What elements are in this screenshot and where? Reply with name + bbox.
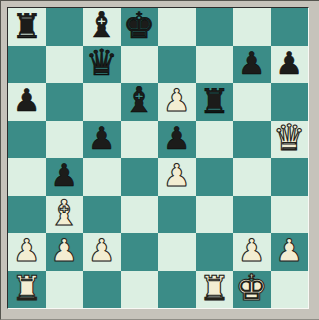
square-a5[interactable] [8, 121, 46, 159]
square-e7[interactable] [158, 46, 196, 84]
square-c3[interactable] [83, 196, 121, 234]
white-pawn-e4[interactable]: ♟ [163, 160, 191, 191]
square-d2[interactable] [121, 233, 159, 271]
square-a4[interactable] [8, 158, 46, 196]
square-e1[interactable] [158, 271, 196, 309]
square-h5[interactable]: ♛ [271, 121, 309, 159]
white-pawn-g2[interactable]: ♟ [238, 235, 266, 266]
square-a7[interactable] [8, 46, 46, 84]
square-f7[interactable] [196, 46, 234, 84]
square-b8[interactable] [46, 8, 84, 46]
square-f2[interactable] [196, 233, 234, 271]
square-h4[interactable] [271, 158, 309, 196]
square-g4[interactable] [233, 158, 271, 196]
square-h1[interactable] [271, 271, 309, 309]
square-h2[interactable]: ♟ [271, 233, 309, 271]
square-g5[interactable] [233, 121, 271, 159]
square-d6[interactable]: ♝ [121, 83, 159, 121]
square-f5[interactable] [196, 121, 234, 159]
square-b1[interactable] [46, 271, 84, 309]
black-rook-a8[interactable]: ♜ [12, 9, 42, 43]
chess-board: ♜♝♚♛♟♟♟♝♟♜♟♟♛♟♟♝♟♟♟♟♟♜♜♚ [7, 7, 309, 309]
square-h8[interactable] [271, 8, 309, 46]
square-d8[interactable]: ♚ [121, 8, 159, 46]
square-c6[interactable] [83, 83, 121, 121]
square-c2[interactable]: ♟ [83, 233, 121, 271]
white-pawn-a2[interactable]: ♟ [13, 235, 41, 266]
white-king-g1[interactable]: ♚ [236, 271, 268, 307]
white-bishop-b3[interactable]: ♝ [49, 196, 80, 231]
square-e3[interactable] [158, 196, 196, 234]
square-c4[interactable] [83, 158, 121, 196]
square-f1[interactable]: ♜ [196, 271, 234, 309]
square-a3[interactable] [8, 196, 46, 234]
square-c5[interactable]: ♟ [83, 121, 121, 159]
square-c7[interactable]: ♛ [83, 46, 121, 84]
square-e8[interactable] [158, 8, 196, 46]
square-e6[interactable]: ♟ [158, 83, 196, 121]
square-h6[interactable] [271, 83, 309, 121]
square-e4[interactable]: ♟ [158, 158, 196, 196]
square-a8[interactable]: ♜ [8, 8, 46, 46]
square-c1[interactable] [83, 271, 121, 309]
square-b3[interactable]: ♝ [46, 196, 84, 234]
square-b5[interactable] [46, 121, 84, 159]
square-f8[interactable] [196, 8, 234, 46]
square-d5[interactable] [121, 121, 159, 159]
white-pawn-h2[interactable]: ♟ [275, 235, 303, 266]
square-f4[interactable] [196, 158, 234, 196]
black-pawn-e5[interactable]: ♟ [163, 123, 191, 154]
black-rook-f6[interactable]: ♜ [199, 84, 229, 118]
square-g8[interactable] [233, 8, 271, 46]
square-d3[interactable] [121, 196, 159, 234]
square-f3[interactable] [196, 196, 234, 234]
square-g3[interactable] [233, 196, 271, 234]
square-a1[interactable]: ♜ [8, 271, 46, 309]
square-b6[interactable] [46, 83, 84, 121]
white-rook-f1[interactable]: ♜ [199, 271, 229, 305]
white-rook-a1[interactable]: ♜ [12, 271, 42, 305]
black-pawn-h7[interactable]: ♟ [275, 48, 303, 79]
black-pawn-g7[interactable]: ♟ [238, 48, 266, 79]
square-d4[interactable] [121, 158, 159, 196]
white-pawn-b2[interactable]: ♟ [50, 235, 78, 266]
black-bishop-d6[interactable]: ♝ [124, 83, 155, 118]
square-b2[interactable]: ♟ [46, 233, 84, 271]
black-king-d8[interactable]: ♚ [123, 8, 155, 44]
square-e2[interactable] [158, 233, 196, 271]
square-a2[interactable]: ♟ [8, 233, 46, 271]
white-pawn-c2[interactable]: ♟ [88, 235, 116, 266]
square-g7[interactable]: ♟ [233, 46, 271, 84]
white-pawn-e6[interactable]: ♟ [163, 85, 191, 116]
square-h7[interactable]: ♟ [271, 46, 309, 84]
square-a6[interactable]: ♟ [8, 83, 46, 121]
square-g6[interactable] [233, 83, 271, 121]
black-queen-c7[interactable]: ♛ [86, 46, 118, 82]
square-h3[interactable] [271, 196, 309, 234]
square-b7[interactable] [46, 46, 84, 84]
square-c8[interactable]: ♝ [83, 8, 121, 46]
square-d1[interactable] [121, 271, 159, 309]
square-g2[interactable]: ♟ [233, 233, 271, 271]
black-pawn-c5[interactable]: ♟ [88, 123, 116, 154]
black-bishop-c8[interactable]: ♝ [86, 8, 117, 43]
black-pawn-b4[interactable]: ♟ [50, 160, 78, 191]
square-d7[interactable] [121, 46, 159, 84]
square-g1[interactable]: ♚ [233, 271, 271, 309]
white-queen-h5[interactable]: ♛ [273, 121, 305, 157]
board-frame: ♜♝♚♛♟♟♟♝♟♜♟♟♛♟♟♝♟♟♟♟♟♜♜♚ [0, 0, 319, 320]
square-e5[interactable]: ♟ [158, 121, 196, 159]
square-f6[interactable]: ♜ [196, 83, 234, 121]
black-pawn-a6[interactable]: ♟ [13, 85, 41, 116]
square-b4[interactable]: ♟ [46, 158, 84, 196]
